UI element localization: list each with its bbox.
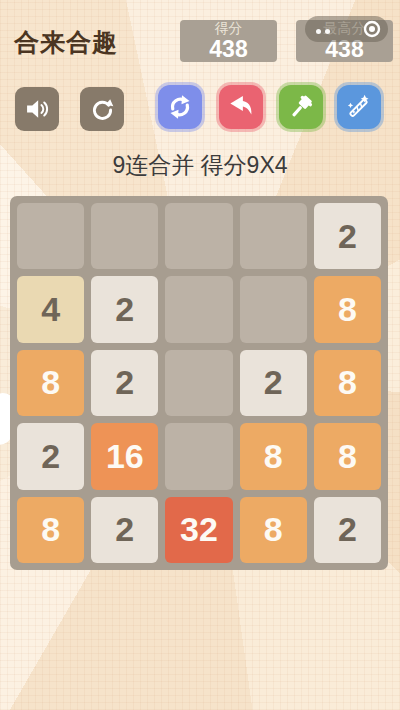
tile-4-r2c1[interactable]: 4 [17, 276, 84, 342]
tile-2-r3c2[interactable]: 2 [91, 350, 158, 416]
restart-button[interactable] [80, 87, 124, 131]
tile-2-r3c4[interactable]: 2 [240, 350, 307, 416]
tile-2-r4c1[interactable]: 2 [17, 423, 84, 489]
tile-8-r5c1[interactable]: 8 [17, 497, 84, 563]
wand-button[interactable] [337, 85, 381, 129]
empty-cell-r1c1 [17, 203, 84, 269]
tile-16-r4c2[interactable]: 16 [91, 423, 158, 489]
empty-cell-r1c2 [91, 203, 158, 269]
hammer-button[interactable] [279, 85, 323, 129]
undo-arrow-icon [226, 92, 256, 122]
tile-8-r3c1[interactable]: 8 [17, 350, 84, 416]
empty-cell-r2c3 [165, 276, 232, 342]
score-label: 得分 [180, 20, 277, 36]
undo-button[interactable] [219, 85, 263, 129]
tile-8-r4c5[interactable]: 8 [314, 423, 381, 489]
score-panel: 得分 438 [180, 20, 277, 62]
hammer-icon [286, 92, 316, 122]
record-dot [325, 29, 330, 34]
record-icon [362, 19, 382, 39]
refresh-arrows-icon [165, 92, 195, 122]
score-value: 438 [180, 36, 277, 62]
shuffle-button[interactable] [158, 85, 202, 129]
tile-2-r2c2[interactable]: 2 [91, 276, 158, 342]
tile-8-r4c4[interactable]: 8 [240, 423, 307, 489]
tile-2-r1c5[interactable]: 2 [314, 203, 381, 269]
screen-record-indicator[interactable] [305, 16, 388, 42]
game-screen: 合来合趣 得分 438 最高分 438 [0, 0, 400, 710]
record-dot [316, 29, 321, 34]
merge-message: 9连合并 得分9X4 [0, 150, 400, 181]
empty-cell-r1c3 [165, 203, 232, 269]
empty-cell-r2c4 [240, 276, 307, 342]
tile-8-r2c5[interactable]: 8 [314, 276, 381, 342]
empty-cell-r1c4 [240, 203, 307, 269]
tile-2-r5c5[interactable]: 2 [314, 497, 381, 563]
tile-8-r3c5[interactable]: 8 [314, 350, 381, 416]
page-title: 合来合趣 [14, 26, 118, 59]
game-board[interactable]: 2428822821688823282 [10, 196, 388, 570]
empty-cell-r4c3 [165, 423, 232, 489]
sound-button[interactable] [15, 87, 59, 131]
restart-arrow-icon [89, 96, 116, 123]
magic-wand-icon [344, 92, 374, 122]
tile-8-r5c4[interactable]: 8 [240, 497, 307, 563]
empty-cell-r3c3 [165, 350, 232, 416]
tile-32-r5c3[interactable]: 32 [165, 497, 232, 563]
speaker-icon [23, 95, 51, 123]
tile-2-r5c2[interactable]: 2 [91, 497, 158, 563]
